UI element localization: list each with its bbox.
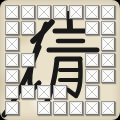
tile-r4c6[interactable] [85, 53, 99, 67]
tile-r1c2[interactable] [21, 5, 35, 19]
cell-r2c7 [100, 20, 116, 36]
cell-r6c4 [52, 84, 68, 100]
game-board [0, 0, 120, 120]
tile-r7c1[interactable] [5, 101, 19, 115]
tile-r7c5[interactable] [69, 101, 83, 115]
tile-r7c3[interactable] [37, 101, 51, 115]
tile-grid [4, 4, 116, 116]
cell-r6c6 [84, 84, 100, 100]
tile-r5c7[interactable] [101, 69, 115, 83]
cell-r7c2 [20, 100, 36, 116]
cell-r7c6 [84, 100, 100, 116]
cell-r1c4 [52, 4, 68, 20]
cell-r4c5 [68, 52, 84, 68]
tile-r2c7[interactable] [101, 21, 115, 35]
tile-r6c4[interactable] [53, 85, 67, 99]
tile-r4c7[interactable] [101, 53, 115, 67]
tile-r2c1[interactable] [5, 21, 19, 35]
cell-r4c3 [36, 52, 52, 68]
tile-r5c1[interactable] [5, 69, 19, 83]
cell-r1c1 [4, 4, 20, 20]
tile-r7c4[interactable] [53, 101, 67, 115]
cell-r2c3 [36, 20, 52, 36]
cell-r6c3 [36, 84, 52, 100]
cell-r6c1 [4, 84, 20, 100]
cell-r1c3 [36, 4, 52, 20]
tile-r6c1[interactable] [5, 85, 19, 99]
cell-r3c1 [4, 36, 20, 52]
cell-r5c4 [52, 68, 68, 84]
cell-r3c3 [36, 36, 52, 52]
cell-r3c6 [84, 36, 100, 52]
cell-r4c2 [20, 52, 36, 68]
tile-r6c2[interactable] [21, 85, 35, 99]
cell-r2c4 [52, 20, 68, 36]
cell-r6c7 [100, 84, 116, 100]
tile-r2c2[interactable] [21, 21, 35, 35]
cell-r3c4 [52, 36, 68, 52]
cell-r5c2 [20, 68, 36, 84]
cell-r4c7 [100, 52, 116, 68]
cell-r7c7 [100, 100, 116, 116]
cell-r2c5 [68, 20, 84, 36]
cell-r5c7 [100, 68, 116, 84]
tile-r5c6[interactable] [85, 69, 99, 83]
tile-r7c6[interactable] [85, 101, 99, 115]
cell-r2c1 [4, 20, 20, 36]
cell-r1c6 [84, 4, 100, 20]
cell-r5c6 [84, 68, 100, 84]
cell-r5c1 [4, 68, 20, 84]
cell-r4c1 [4, 52, 20, 68]
cell-r1c7 [100, 4, 116, 20]
tile-r3c1[interactable] [5, 37, 19, 51]
tile-r1c6[interactable] [85, 5, 99, 19]
cell-r1c5 [68, 4, 84, 20]
cell-r7c1 [4, 100, 20, 116]
cell-r5c5 [68, 68, 84, 84]
tile-r6c3[interactable] [37, 85, 51, 99]
cell-r6c2 [20, 84, 36, 100]
tile-r2c6[interactable] [85, 21, 99, 35]
cell-r7c4 [52, 100, 68, 116]
cell-r4c6 [84, 52, 100, 68]
cell-r4c4 [52, 52, 68, 68]
tile-r4c1[interactable] [5, 53, 19, 67]
cell-r5c3 [36, 68, 52, 84]
cell-r3c7 [100, 36, 116, 52]
cell-r2c2 [20, 20, 36, 36]
cell-r7c3 [36, 100, 52, 116]
tile-r1c1[interactable] [5, 5, 19, 19]
cell-r3c2 [20, 36, 36, 52]
tile-r7c7[interactable] [101, 101, 115, 115]
tile-r1c5[interactable] [69, 5, 83, 19]
cell-r2c6 [84, 20, 100, 36]
cell-r3c5 [68, 36, 84, 52]
tile-r1c3[interactable] [37, 5, 51, 19]
cell-r7c5 [68, 100, 84, 116]
tile-r4c2[interactable] [21, 53, 35, 67]
tile-r6c6[interactable] [85, 85, 99, 99]
tile-r1c7[interactable] [101, 5, 115, 19]
cell-r1c2 [20, 4, 36, 20]
tile-r1c4[interactable] [53, 5, 67, 19]
cell-r6c5 [68, 84, 84, 100]
tile-r3c7[interactable] [101, 37, 115, 51]
